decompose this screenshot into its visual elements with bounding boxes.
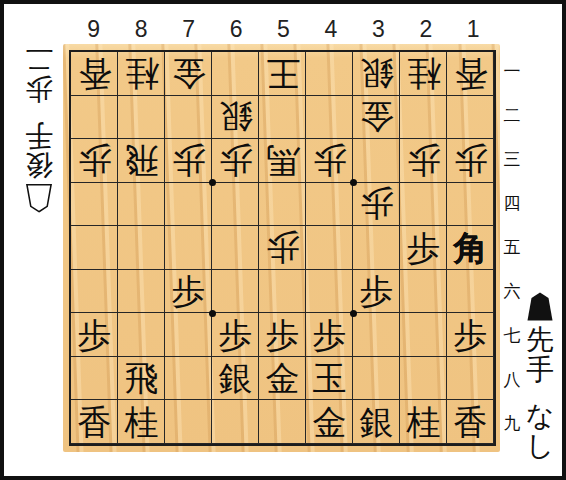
square-9e[interactable] (71, 226, 118, 270)
square-1d[interactable] (447, 183, 494, 227)
square-6g[interactable]: 歩 (212, 313, 259, 357)
sente-piece-銀: 銀 (219, 361, 253, 395)
sente-piece-歩: 歩 (172, 274, 206, 308)
square-5d[interactable] (259, 183, 306, 227)
sente-piece-角: 角 (454, 231, 488, 265)
square-3h[interactable] (353, 357, 400, 401)
square-8b[interactable] (118, 96, 165, 140)
rank-label: 七 (502, 313, 522, 357)
square-5e[interactable]: 歩 (259, 226, 306, 270)
sente-hand-char: し (526, 431, 555, 461)
sente-piece-桂: 桂 (407, 405, 441, 439)
sente-piece-金: 金 (266, 361, 300, 395)
square-4d[interactable] (306, 183, 353, 227)
sente-hand-panel: 先 手 な し (523, 293, 557, 461)
sente-piece-歩: 歩 (313, 318, 347, 352)
sente-piece-銀: 銀 (360, 405, 394, 439)
sente-pentagon-icon (526, 293, 554, 325)
gote-piece-歩: 歩 (313, 144, 347, 178)
sente-piece-歩: 歩 (454, 318, 488, 352)
square-3e[interactable] (353, 226, 400, 270)
file-labels: 987654321 (70, 16, 497, 42)
square-4i[interactable]: 金 (306, 400, 353, 444)
square-1f[interactable] (447, 270, 494, 314)
file-label: 1 (450, 16, 497, 43)
sente-piece-歩: 歩 (407, 231, 441, 265)
rank-label: 三 (502, 138, 522, 182)
square-4f[interactable] (306, 270, 353, 314)
gote-piece-王: 王 (266, 57, 300, 91)
square-6d[interactable] (212, 183, 259, 227)
gote-piece-歩: 歩 (266, 231, 300, 265)
gote-piece-馬: 馬 (266, 144, 300, 178)
square-6f[interactable] (212, 270, 259, 314)
star-point (350, 179, 357, 186)
square-9h[interactable] (71, 357, 118, 401)
gote-piece-歩: 歩 (172, 144, 206, 178)
gote-hand-panel: 後 手 歩 二 (22, 44, 56, 212)
square-8c[interactable]: 飛 (118, 139, 165, 183)
square-7f[interactable]: 歩 (165, 270, 212, 314)
square-2e[interactable]: 歩 (400, 226, 447, 270)
gote-piece-桂: 桂 (125, 57, 159, 91)
square-1h[interactable] (447, 357, 494, 401)
star-point (350, 310, 357, 317)
square-4e[interactable] (306, 226, 353, 270)
sente-hand-char: な (526, 401, 555, 431)
square-9b[interactable] (71, 96, 118, 140)
sente-piece-歩: 歩 (78, 318, 112, 352)
square-8f[interactable] (118, 270, 165, 314)
square-3c[interactable] (353, 139, 400, 183)
gote-piece-歩: 歩 (454, 144, 488, 178)
gote-label-char: 後 (25, 150, 53, 180)
gote-pentagon-icon (25, 180, 53, 212)
gote-piece-桂: 桂 (407, 57, 441, 91)
square-6a[interactable] (212, 52, 259, 96)
square-2c[interactable]: 歩 (400, 139, 447, 183)
sente-piece-歩: 歩 (360, 274, 394, 308)
square-1i[interactable]: 香 (447, 400, 494, 444)
square-8h[interactable]: 飛 (118, 357, 165, 401)
square-5c[interactable]: 馬 (259, 139, 306, 183)
rank-label: 一 (502, 50, 522, 94)
sente-piece-香: 香 (454, 405, 488, 439)
square-7i[interactable] (165, 400, 212, 444)
square-4b[interactable] (306, 96, 353, 140)
square-5b[interactable] (259, 96, 306, 140)
square-6e[interactable] (212, 226, 259, 270)
square-7a[interactable]: 金 (165, 52, 212, 96)
sente-piece-飛: 飛 (125, 361, 159, 395)
sente-piece-歩: 歩 (219, 318, 253, 352)
square-2i[interactable]: 桂 (400, 400, 447, 444)
board-grid: 香桂金王銀桂香銀金歩飛歩歩馬歩歩歩歩歩歩角歩歩歩歩歩歩歩飛銀金玉香桂金銀桂香 (69, 50, 496, 446)
sente-piece-金: 金 (313, 405, 347, 439)
square-4h[interactable]: 玉 (306, 357, 353, 401)
square-9f[interactable] (71, 270, 118, 314)
file-label: 3 (355, 16, 402, 43)
rank-label: 五 (502, 226, 522, 270)
sente-piece-香: 香 (78, 405, 112, 439)
square-3d[interactable]: 歩 (353, 183, 400, 227)
square-2b[interactable] (400, 96, 447, 140)
square-9i[interactable]: 香 (71, 400, 118, 444)
rank-label: 八 (502, 357, 522, 401)
square-7g[interactable] (165, 313, 212, 357)
square-1b[interactable] (447, 96, 494, 140)
sente-piece-歩: 歩 (266, 318, 300, 352)
square-2a[interactable]: 桂 (400, 52, 447, 96)
rank-label: 九 (502, 401, 522, 445)
square-6i[interactable] (212, 400, 259, 444)
square-4g[interactable]: 歩 (306, 313, 353, 357)
file-label: 2 (402, 16, 449, 43)
square-8d[interactable] (118, 183, 165, 227)
square-3a[interactable]: 銀 (353, 52, 400, 96)
file-label: 7 (165, 16, 212, 43)
file-label: 6 (212, 16, 259, 43)
rank-labels: 一二三四五六七八九 (502, 50, 522, 445)
square-9g[interactable]: 歩 (71, 313, 118, 357)
square-1c[interactable]: 歩 (447, 139, 494, 183)
square-7d[interactable] (165, 183, 212, 227)
gote-piece-香: 香 (78, 57, 112, 91)
square-4c[interactable]: 歩 (306, 139, 353, 183)
gote-piece-歩: 歩 (219, 144, 253, 178)
gote-piece-飛: 飛 (125, 144, 159, 178)
file-label: 9 (70, 16, 117, 43)
gote-piece-銀: 銀 (219, 100, 253, 134)
square-1g[interactable]: 歩 (447, 313, 494, 357)
square-3f[interactable]: 歩 (353, 270, 400, 314)
file-label: 4 (307, 16, 354, 43)
gote-piece-歩: 歩 (78, 144, 112, 178)
rank-label: 六 (502, 269, 522, 313)
sente-piece-玉: 玉 (313, 361, 347, 395)
square-5a[interactable]: 王 (259, 52, 306, 96)
square-2g[interactable] (400, 313, 447, 357)
shogi-board: 香桂金王銀桂香銀金歩飛歩歩馬歩歩歩歩歩歩角歩歩歩歩歩歩歩飛銀金玉香桂金銀桂香 (63, 44, 500, 452)
square-6h[interactable]: 銀 (212, 357, 259, 401)
square-8e[interactable] (118, 226, 165, 270)
square-8i[interactable]: 桂 (118, 400, 165, 444)
sente-label-char: 手 (526, 355, 554, 385)
square-9d[interactable] (71, 183, 118, 227)
file-label: 8 (117, 16, 164, 43)
gote-piece-歩: 歩 (360, 187, 394, 221)
rank-label: 二 (502, 94, 522, 138)
shogi-diagram: 987654321 香桂金王銀桂香銀金歩飛歩歩馬歩歩歩歩歩歩角歩歩歩歩歩歩歩飛銀… (0, 0, 566, 480)
square-8a[interactable]: 桂 (118, 52, 165, 96)
gote-piece-金: 金 (172, 57, 206, 91)
square-2d[interactable] (400, 183, 447, 227)
square-4a[interactable] (306, 52, 353, 96)
gote-piece-銀: 銀 (360, 57, 394, 91)
star-point (209, 310, 216, 317)
square-1e[interactable]: 角 (447, 226, 494, 270)
file-label: 5 (260, 16, 307, 43)
square-5g[interactable]: 歩 (259, 313, 306, 357)
square-7h[interactable] (165, 357, 212, 401)
square-6c[interactable]: 歩 (212, 139, 259, 183)
star-point (209, 179, 216, 186)
square-6b[interactable]: 銀 (212, 96, 259, 140)
square-1a[interactable]: 香 (447, 52, 494, 96)
gote-hand-char: 二 (25, 44, 53, 74)
gote-hand-char: 歩 (25, 74, 53, 104)
square-2h[interactable] (400, 357, 447, 401)
square-3g[interactable] (353, 313, 400, 357)
square-7e[interactable] (165, 226, 212, 270)
square-3b[interactable]: 金 (353, 96, 400, 140)
gote-piece-香: 香 (454, 57, 488, 91)
square-2f[interactable] (400, 270, 447, 314)
square-8g[interactable] (118, 313, 165, 357)
square-7b[interactable] (165, 96, 212, 140)
gote-piece-金: 金 (360, 100, 394, 134)
square-9a[interactable]: 香 (71, 52, 118, 96)
square-5f[interactable] (259, 270, 306, 314)
rank-label: 四 (502, 182, 522, 226)
gote-label-char: 手 (25, 120, 53, 150)
square-3i[interactable]: 銀 (353, 400, 400, 444)
sente-piece-桂: 桂 (125, 405, 159, 439)
sente-label-char: 先 (526, 325, 554, 355)
square-5i[interactable] (259, 400, 306, 444)
square-7c[interactable]: 歩 (165, 139, 212, 183)
square-5h[interactable]: 金 (259, 357, 306, 401)
gote-piece-歩: 歩 (407, 144, 441, 178)
square-9c[interactable]: 歩 (71, 139, 118, 183)
